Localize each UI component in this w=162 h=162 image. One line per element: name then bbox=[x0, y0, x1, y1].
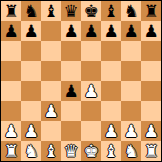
square-b8[interactable]: ♞ bbox=[21, 1, 41, 21]
square-a6[interactable] bbox=[1, 41, 21, 61]
square-e1[interactable]: ♚ bbox=[81, 141, 101, 161]
square-b3[interactable] bbox=[21, 101, 41, 121]
square-g2[interactable]: ♟ bbox=[121, 121, 141, 141]
square-d5[interactable] bbox=[61, 61, 81, 81]
square-a8[interactable]: ♜ bbox=[1, 1, 21, 21]
square-h7[interactable]: ♟ bbox=[141, 21, 161, 41]
piece-white-rook[interactable]: ♜ bbox=[3, 141, 18, 161]
piece-white-king[interactable]: ♚ bbox=[83, 141, 98, 161]
piece-black-pawn[interactable]: ♟ bbox=[143, 21, 158, 41]
piece-black-pawn[interactable]: ♟ bbox=[83, 21, 98, 41]
square-b5[interactable] bbox=[21, 61, 41, 81]
square-b4[interactable] bbox=[21, 81, 41, 101]
piece-white-pawn[interactable]: ♟ bbox=[43, 101, 58, 121]
square-d6[interactable] bbox=[61, 41, 81, 61]
piece-black-queen[interactable]: ♛ bbox=[63, 1, 78, 21]
piece-white-pawn[interactable]: ♟ bbox=[83, 81, 98, 101]
square-f4[interactable] bbox=[101, 81, 121, 101]
square-b2[interactable]: ♟ bbox=[21, 121, 41, 141]
piece-white-knight[interactable]: ♞ bbox=[123, 141, 138, 161]
square-c6[interactable] bbox=[41, 41, 61, 61]
square-h2[interactable]: ♟ bbox=[141, 121, 161, 141]
piece-white-pawn[interactable]: ♟ bbox=[103, 121, 118, 141]
square-h1[interactable]: ♜ bbox=[141, 141, 161, 161]
piece-black-knight[interactable]: ♞ bbox=[23, 1, 38, 21]
piece-white-queen[interactable]: ♛ bbox=[63, 141, 78, 161]
square-c3[interactable]: ♟ bbox=[41, 101, 61, 121]
square-g8[interactable]: ♞ bbox=[121, 1, 141, 21]
square-f2[interactable]: ♟ bbox=[101, 121, 121, 141]
square-a1[interactable]: ♜ bbox=[1, 141, 21, 161]
square-h5[interactable] bbox=[141, 61, 161, 81]
piece-black-rook[interactable]: ♜ bbox=[143, 1, 158, 21]
square-e2[interactable] bbox=[81, 121, 101, 141]
piece-white-rook[interactable]: ♜ bbox=[143, 141, 158, 161]
square-c8[interactable]: ♝ bbox=[41, 1, 61, 21]
piece-white-pawn[interactable]: ♟ bbox=[23, 121, 38, 141]
square-a2[interactable]: ♟ bbox=[1, 121, 21, 141]
square-d4[interactable]: ♟ bbox=[61, 81, 81, 101]
square-h6[interactable] bbox=[141, 41, 161, 61]
square-h4[interactable] bbox=[141, 81, 161, 101]
piece-black-bishop[interactable]: ♝ bbox=[43, 1, 58, 21]
square-c4[interactable] bbox=[41, 81, 61, 101]
square-g1[interactable]: ♞ bbox=[121, 141, 141, 161]
square-e6[interactable] bbox=[81, 41, 101, 61]
square-a7[interactable]: ♟ bbox=[1, 21, 21, 41]
piece-white-knight[interactable]: ♞ bbox=[23, 141, 38, 161]
piece-black-bishop[interactable]: ♝ bbox=[103, 1, 118, 21]
square-d1[interactable]: ♛ bbox=[61, 141, 81, 161]
square-c2[interactable] bbox=[41, 121, 61, 141]
square-d2[interactable] bbox=[61, 121, 81, 141]
square-f1[interactable]: ♝ bbox=[101, 141, 121, 161]
square-h3[interactable] bbox=[141, 101, 161, 121]
square-c1[interactable]: ♝ bbox=[41, 141, 61, 161]
square-c5[interactable] bbox=[41, 61, 61, 81]
square-a4[interactable] bbox=[1, 81, 21, 101]
square-b6[interactable] bbox=[21, 41, 41, 61]
square-a5[interactable] bbox=[1, 61, 21, 81]
piece-black-king[interactable]: ♚ bbox=[83, 1, 98, 21]
square-g3[interactable] bbox=[121, 101, 141, 121]
piece-black-knight[interactable]: ♞ bbox=[123, 1, 138, 21]
square-d3[interactable] bbox=[61, 101, 81, 121]
piece-white-pawn[interactable]: ♟ bbox=[3, 121, 18, 141]
square-f6[interactable] bbox=[101, 41, 121, 61]
square-f8[interactable]: ♝ bbox=[101, 1, 121, 21]
square-g4[interactable] bbox=[121, 81, 141, 101]
piece-black-rook[interactable]: ♜ bbox=[3, 1, 18, 21]
square-a3[interactable] bbox=[1, 101, 21, 121]
piece-black-pawn[interactable]: ♟ bbox=[123, 21, 138, 41]
piece-black-pawn[interactable]: ♟ bbox=[3, 21, 18, 41]
chess-board: ♜♞♝♛♚♝♞♜♟♟♟♟♟♟♟♟♟♟♟♟♟♟♟♜♞♝♛♚♝♞♜ bbox=[0, 0, 162, 162]
square-f7[interactable]: ♟ bbox=[101, 21, 121, 41]
square-d7[interactable]: ♟ bbox=[61, 21, 81, 41]
piece-white-pawn[interactable]: ♟ bbox=[143, 121, 158, 141]
piece-white-pawn[interactable]: ♟ bbox=[123, 121, 138, 141]
square-f3[interactable] bbox=[101, 101, 121, 121]
square-c7[interactable] bbox=[41, 21, 61, 41]
square-h8[interactable]: ♜ bbox=[141, 1, 161, 21]
square-e4[interactable]: ♟ bbox=[81, 81, 101, 101]
square-g7[interactable]: ♟ bbox=[121, 21, 141, 41]
piece-black-pawn[interactable]: ♟ bbox=[63, 21, 78, 41]
piece-black-pawn[interactable]: ♟ bbox=[103, 21, 118, 41]
piece-white-bishop[interactable]: ♝ bbox=[103, 141, 118, 161]
piece-white-bishop[interactable]: ♝ bbox=[43, 141, 58, 161]
square-e7[interactable]: ♟ bbox=[81, 21, 101, 41]
square-g5[interactable] bbox=[121, 61, 141, 81]
piece-black-pawn[interactable]: ♟ bbox=[23, 21, 38, 41]
piece-black-pawn[interactable]: ♟ bbox=[63, 81, 78, 101]
square-g6[interactable] bbox=[121, 41, 141, 61]
square-e8[interactable]: ♚ bbox=[81, 1, 101, 21]
square-e3[interactable] bbox=[81, 101, 101, 121]
square-b7[interactable]: ♟ bbox=[21, 21, 41, 41]
square-d8[interactable]: ♛ bbox=[61, 1, 81, 21]
square-f5[interactable] bbox=[101, 61, 121, 81]
square-b1[interactable]: ♞ bbox=[21, 141, 41, 161]
square-e5[interactable] bbox=[81, 61, 101, 81]
